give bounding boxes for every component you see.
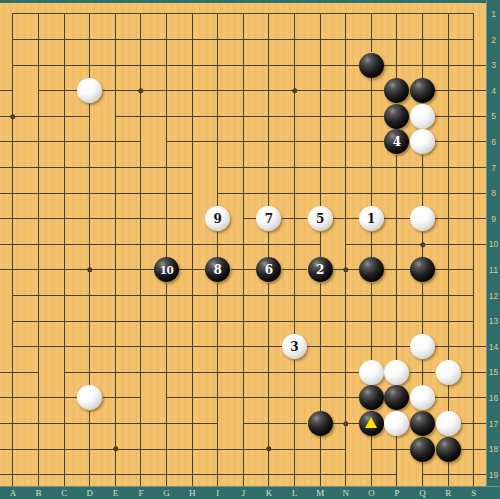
intersection[interactable] xyxy=(179,52,205,78)
intersection[interactable] xyxy=(205,52,231,78)
intersection[interactable] xyxy=(282,308,308,334)
intersection[interactable] xyxy=(282,27,308,53)
intersection[interactable] xyxy=(154,78,180,104)
intersection[interactable] xyxy=(179,27,205,53)
intersection[interactable] xyxy=(51,129,77,155)
intersection[interactable] xyxy=(333,180,359,206)
intersection[interactable] xyxy=(103,104,129,130)
intersection[interactable] xyxy=(154,1,180,27)
intersection[interactable] xyxy=(461,462,487,488)
intersection[interactable] xyxy=(410,283,436,309)
intersection[interactable] xyxy=(205,129,231,155)
intersection[interactable] xyxy=(307,129,333,155)
intersection[interactable] xyxy=(179,1,205,27)
intersection[interactable] xyxy=(179,155,205,181)
intersection[interactable] xyxy=(0,27,26,53)
intersection[interactable] xyxy=(154,462,180,488)
intersection[interactable] xyxy=(103,232,129,258)
intersection[interactable] xyxy=(0,78,26,104)
intersection[interactable] xyxy=(307,52,333,78)
intersection[interactable] xyxy=(205,232,231,258)
intersection[interactable] xyxy=(307,308,333,334)
intersection[interactable] xyxy=(51,206,77,232)
intersection[interactable] xyxy=(0,180,26,206)
intersection[interactable] xyxy=(0,104,26,130)
intersection[interactable] xyxy=(307,78,333,104)
intersection[interactable] xyxy=(333,232,359,258)
intersection[interactable] xyxy=(461,360,487,386)
intersection[interactable] xyxy=(26,385,52,411)
intersection[interactable] xyxy=(103,436,129,462)
intersection[interactable] xyxy=(435,1,461,27)
intersection[interactable] xyxy=(282,232,308,258)
intersection[interactable] xyxy=(0,52,26,78)
intersection[interactable] xyxy=(103,129,129,155)
intersection[interactable] xyxy=(461,27,487,53)
intersection[interactable] xyxy=(0,360,26,386)
intersection[interactable] xyxy=(333,462,359,488)
intersection[interactable] xyxy=(154,52,180,78)
intersection[interactable] xyxy=(128,308,154,334)
intersection[interactable] xyxy=(333,27,359,53)
intersection[interactable] xyxy=(103,27,129,53)
intersection[interactable] xyxy=(154,27,180,53)
intersection[interactable] xyxy=(0,257,26,283)
intersection[interactable] xyxy=(154,180,180,206)
intersection[interactable] xyxy=(51,334,77,360)
intersection[interactable] xyxy=(179,78,205,104)
intersection[interactable] xyxy=(333,257,359,283)
intersection[interactable] xyxy=(51,180,77,206)
intersection[interactable] xyxy=(103,206,129,232)
intersection[interactable] xyxy=(256,360,282,386)
intersection[interactable] xyxy=(333,155,359,181)
intersection[interactable] xyxy=(77,308,103,334)
intersection[interactable] xyxy=(205,462,231,488)
intersection[interactable] xyxy=(51,308,77,334)
intersection[interactable] xyxy=(231,360,257,386)
intersection[interactable] xyxy=(77,257,103,283)
intersection[interactable] xyxy=(51,1,77,27)
intersection[interactable] xyxy=(26,155,52,181)
intersection[interactable] xyxy=(307,283,333,309)
intersection[interactable] xyxy=(103,155,129,181)
intersection[interactable] xyxy=(103,180,129,206)
intersection[interactable] xyxy=(256,129,282,155)
intersection[interactable] xyxy=(231,78,257,104)
intersection[interactable] xyxy=(128,155,154,181)
intersection[interactable] xyxy=(205,104,231,130)
intersection[interactable] xyxy=(128,78,154,104)
intersection[interactable] xyxy=(410,180,436,206)
intersection[interactable] xyxy=(205,411,231,437)
intersection[interactable] xyxy=(256,462,282,488)
intersection[interactable] xyxy=(26,334,52,360)
intersection[interactable] xyxy=(359,436,385,462)
intersection[interactable] xyxy=(26,257,52,283)
intersection[interactable] xyxy=(384,283,410,309)
intersection[interactable] xyxy=(205,308,231,334)
intersection[interactable] xyxy=(154,104,180,130)
intersection[interactable] xyxy=(0,308,26,334)
intersection[interactable] xyxy=(128,360,154,386)
intersection[interactable] xyxy=(333,360,359,386)
intersection[interactable] xyxy=(282,129,308,155)
intersection[interactable] xyxy=(26,104,52,130)
intersection[interactable] xyxy=(179,283,205,309)
intersection[interactable] xyxy=(282,283,308,309)
intersection[interactable] xyxy=(333,436,359,462)
intersection[interactable] xyxy=(384,180,410,206)
intersection[interactable] xyxy=(77,206,103,232)
intersection[interactable] xyxy=(435,27,461,53)
intersection[interactable] xyxy=(179,180,205,206)
intersection[interactable] xyxy=(359,334,385,360)
intersection[interactable] xyxy=(231,385,257,411)
intersection[interactable] xyxy=(51,257,77,283)
intersection[interactable] xyxy=(359,462,385,488)
intersection[interactable] xyxy=(333,1,359,27)
intersection[interactable] xyxy=(461,385,487,411)
intersection[interactable] xyxy=(256,232,282,258)
intersection[interactable] xyxy=(333,308,359,334)
intersection[interactable] xyxy=(307,1,333,27)
intersection[interactable] xyxy=(256,411,282,437)
intersection[interactable] xyxy=(231,411,257,437)
intersection[interactable] xyxy=(77,436,103,462)
intersection[interactable] xyxy=(0,411,26,437)
intersection[interactable] xyxy=(51,462,77,488)
intersection[interactable] xyxy=(26,411,52,437)
intersection[interactable] xyxy=(282,52,308,78)
intersection[interactable] xyxy=(359,27,385,53)
intersection[interactable] xyxy=(307,334,333,360)
intersection[interactable] xyxy=(128,52,154,78)
intersection[interactable] xyxy=(435,257,461,283)
intersection[interactable] xyxy=(231,27,257,53)
intersection[interactable] xyxy=(282,385,308,411)
intersection[interactable] xyxy=(410,360,436,386)
intersection[interactable] xyxy=(282,180,308,206)
intersection[interactable] xyxy=(461,206,487,232)
intersection[interactable] xyxy=(256,334,282,360)
intersection[interactable] xyxy=(26,1,52,27)
intersection[interactable] xyxy=(154,360,180,386)
intersection[interactable] xyxy=(26,27,52,53)
intersection[interactable] xyxy=(359,232,385,258)
intersection[interactable] xyxy=(205,436,231,462)
intersection[interactable] xyxy=(77,334,103,360)
intersection[interactable] xyxy=(461,257,487,283)
intersection[interactable] xyxy=(231,1,257,27)
intersection[interactable] xyxy=(128,129,154,155)
intersection[interactable] xyxy=(103,78,129,104)
intersection[interactable] xyxy=(307,27,333,53)
intersection[interactable] xyxy=(359,78,385,104)
intersection[interactable] xyxy=(77,52,103,78)
intersection[interactable] xyxy=(282,436,308,462)
intersection[interactable] xyxy=(0,436,26,462)
intersection[interactable] xyxy=(307,462,333,488)
intersection[interactable] xyxy=(435,334,461,360)
intersection[interactable] xyxy=(77,462,103,488)
intersection[interactable] xyxy=(231,155,257,181)
intersection[interactable] xyxy=(154,155,180,181)
intersection[interactable] xyxy=(205,1,231,27)
intersection[interactable] xyxy=(128,232,154,258)
intersection[interactable] xyxy=(154,283,180,309)
intersection[interactable] xyxy=(77,27,103,53)
intersection[interactable] xyxy=(307,180,333,206)
intersection[interactable] xyxy=(307,155,333,181)
intersection[interactable] xyxy=(231,206,257,232)
intersection[interactable] xyxy=(103,334,129,360)
intersection[interactable] xyxy=(461,283,487,309)
go-board-grid[interactable]: 49751108623 xyxy=(0,1,486,487)
intersection[interactable] xyxy=(231,308,257,334)
intersection[interactable] xyxy=(359,1,385,27)
intersection[interactable] xyxy=(128,411,154,437)
intersection[interactable] xyxy=(461,78,487,104)
intersection[interactable] xyxy=(435,232,461,258)
intersection[interactable] xyxy=(103,462,129,488)
intersection[interactable] xyxy=(231,436,257,462)
intersection[interactable] xyxy=(231,104,257,130)
intersection[interactable] xyxy=(205,385,231,411)
intersection[interactable] xyxy=(77,360,103,386)
intersection[interactable] xyxy=(461,232,487,258)
intersection[interactable] xyxy=(179,206,205,232)
intersection[interactable] xyxy=(205,155,231,181)
intersection[interactable] xyxy=(231,283,257,309)
intersection[interactable] xyxy=(154,232,180,258)
intersection[interactable] xyxy=(154,206,180,232)
intersection[interactable] xyxy=(435,180,461,206)
intersection[interactable] xyxy=(256,52,282,78)
intersection[interactable] xyxy=(461,1,487,27)
intersection[interactable] xyxy=(154,129,180,155)
intersection[interactable] xyxy=(179,257,205,283)
intersection[interactable] xyxy=(435,308,461,334)
intersection[interactable] xyxy=(77,129,103,155)
intersection[interactable] xyxy=(0,385,26,411)
intersection[interactable] xyxy=(333,129,359,155)
intersection[interactable] xyxy=(231,334,257,360)
intersection[interactable] xyxy=(256,155,282,181)
intersection[interactable] xyxy=(384,462,410,488)
intersection[interactable] xyxy=(128,1,154,27)
intersection[interactable] xyxy=(205,334,231,360)
intersection[interactable] xyxy=(231,232,257,258)
intersection[interactable] xyxy=(333,52,359,78)
intersection[interactable] xyxy=(154,334,180,360)
intersection[interactable] xyxy=(51,436,77,462)
intersection[interactable] xyxy=(231,52,257,78)
intersection[interactable] xyxy=(359,104,385,130)
intersection[interactable] xyxy=(51,104,77,130)
intersection[interactable] xyxy=(51,385,77,411)
intersection[interactable] xyxy=(333,283,359,309)
intersection[interactable] xyxy=(51,360,77,386)
intersection[interactable] xyxy=(256,180,282,206)
intersection[interactable] xyxy=(435,462,461,488)
intersection[interactable] xyxy=(0,155,26,181)
intersection[interactable] xyxy=(282,155,308,181)
intersection[interactable] xyxy=(128,283,154,309)
intersection[interactable] xyxy=(333,385,359,411)
intersection[interactable] xyxy=(128,334,154,360)
intersection[interactable] xyxy=(307,436,333,462)
intersection[interactable] xyxy=(384,308,410,334)
intersection[interactable] xyxy=(410,155,436,181)
intersection[interactable] xyxy=(333,206,359,232)
intersection[interactable] xyxy=(205,27,231,53)
intersection[interactable] xyxy=(333,78,359,104)
intersection[interactable] xyxy=(435,283,461,309)
intersection[interactable] xyxy=(231,180,257,206)
intersection[interactable] xyxy=(77,411,103,437)
intersection[interactable] xyxy=(435,78,461,104)
intersection[interactable] xyxy=(384,232,410,258)
intersection[interactable] xyxy=(26,206,52,232)
intersection[interactable] xyxy=(205,78,231,104)
intersection[interactable] xyxy=(256,1,282,27)
intersection[interactable] xyxy=(435,52,461,78)
intersection[interactable] xyxy=(0,206,26,232)
intersection[interactable] xyxy=(26,283,52,309)
intersection[interactable] xyxy=(282,411,308,437)
intersection[interactable] xyxy=(0,283,26,309)
intersection[interactable] xyxy=(410,27,436,53)
intersection[interactable] xyxy=(256,308,282,334)
intersection[interactable] xyxy=(384,1,410,27)
intersection[interactable] xyxy=(128,385,154,411)
intersection[interactable] xyxy=(26,78,52,104)
intersection[interactable] xyxy=(179,129,205,155)
intersection[interactable] xyxy=(435,104,461,130)
intersection[interactable] xyxy=(77,180,103,206)
intersection[interactable] xyxy=(282,257,308,283)
intersection[interactable] xyxy=(333,104,359,130)
intersection[interactable] xyxy=(384,257,410,283)
intersection[interactable] xyxy=(179,411,205,437)
intersection[interactable] xyxy=(384,436,410,462)
intersection[interactable] xyxy=(26,462,52,488)
intersection[interactable] xyxy=(0,232,26,258)
intersection[interactable] xyxy=(231,462,257,488)
intersection[interactable] xyxy=(256,283,282,309)
intersection[interactable] xyxy=(359,180,385,206)
intersection[interactable] xyxy=(128,436,154,462)
intersection[interactable] xyxy=(26,180,52,206)
intersection[interactable] xyxy=(154,308,180,334)
intersection[interactable] xyxy=(103,308,129,334)
intersection[interactable] xyxy=(179,334,205,360)
intersection[interactable] xyxy=(435,155,461,181)
intersection[interactable] xyxy=(128,462,154,488)
intersection[interactable] xyxy=(461,155,487,181)
intersection[interactable] xyxy=(384,206,410,232)
intersection[interactable] xyxy=(0,334,26,360)
intersection[interactable] xyxy=(179,385,205,411)
intersection[interactable] xyxy=(205,180,231,206)
intersection[interactable] xyxy=(282,360,308,386)
intersection[interactable] xyxy=(282,206,308,232)
intersection[interactable] xyxy=(410,1,436,27)
intersection[interactable] xyxy=(51,27,77,53)
intersection[interactable] xyxy=(103,283,129,309)
intersection[interactable] xyxy=(384,52,410,78)
intersection[interactable] xyxy=(282,462,308,488)
intersection[interactable] xyxy=(154,436,180,462)
intersection[interactable] xyxy=(461,180,487,206)
intersection[interactable] xyxy=(103,1,129,27)
intersection[interactable] xyxy=(103,360,129,386)
intersection[interactable] xyxy=(461,436,487,462)
intersection[interactable] xyxy=(51,155,77,181)
intersection[interactable] xyxy=(359,283,385,309)
intersection[interactable] xyxy=(103,257,129,283)
intersection[interactable] xyxy=(359,308,385,334)
intersection[interactable] xyxy=(77,283,103,309)
intersection[interactable] xyxy=(359,129,385,155)
intersection[interactable] xyxy=(51,411,77,437)
intersection[interactable] xyxy=(461,129,487,155)
intersection[interactable] xyxy=(26,360,52,386)
intersection[interactable] xyxy=(307,360,333,386)
intersection[interactable] xyxy=(26,436,52,462)
intersection[interactable] xyxy=(282,104,308,130)
intersection[interactable] xyxy=(77,104,103,130)
intersection[interactable] xyxy=(435,385,461,411)
intersection[interactable] xyxy=(128,27,154,53)
intersection[interactable] xyxy=(179,436,205,462)
intersection[interactable] xyxy=(333,411,359,437)
intersection[interactable] xyxy=(103,385,129,411)
intersection[interactable] xyxy=(256,104,282,130)
intersection[interactable] xyxy=(179,104,205,130)
intersection[interactable] xyxy=(0,462,26,488)
intersection[interactable] xyxy=(256,385,282,411)
intersection[interactable] xyxy=(179,232,205,258)
intersection[interactable] xyxy=(461,411,487,437)
intersection[interactable] xyxy=(26,129,52,155)
intersection[interactable] xyxy=(333,334,359,360)
intersection[interactable] xyxy=(256,27,282,53)
intersection[interactable] xyxy=(103,52,129,78)
intersection[interactable] xyxy=(307,104,333,130)
intersection[interactable] xyxy=(384,27,410,53)
intersection[interactable] xyxy=(51,52,77,78)
intersection[interactable] xyxy=(461,52,487,78)
intersection[interactable] xyxy=(128,206,154,232)
intersection[interactable] xyxy=(282,1,308,27)
intersection[interactable] xyxy=(179,360,205,386)
intersection[interactable] xyxy=(307,232,333,258)
intersection[interactable] xyxy=(461,104,487,130)
intersection[interactable] xyxy=(128,104,154,130)
intersection[interactable] xyxy=(77,232,103,258)
intersection[interactable] xyxy=(410,232,436,258)
intersection[interactable] xyxy=(26,52,52,78)
intersection[interactable] xyxy=(179,308,205,334)
intersection[interactable] xyxy=(51,232,77,258)
intersection[interactable] xyxy=(51,78,77,104)
intersection[interactable] xyxy=(77,1,103,27)
intersection[interactable] xyxy=(410,308,436,334)
intersection[interactable] xyxy=(282,78,308,104)
intersection[interactable] xyxy=(51,283,77,309)
